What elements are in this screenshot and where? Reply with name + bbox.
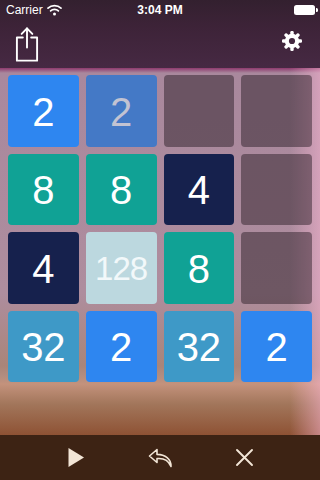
- header: Carrier 3:04 PM: [0, 0, 320, 68]
- empty-cell: [241, 154, 312, 226]
- nav-bar: [0, 20, 320, 68]
- battery-icon: [294, 5, 315, 15]
- empty-cell: [241, 232, 312, 304]
- main-area: 2288441288322322: [0, 68, 320, 435]
- share-button[interactable]: [11, 25, 43, 63]
- close-button[interactable]: [224, 442, 264, 474]
- tile-8: 8: [8, 154, 79, 226]
- undo-icon: [146, 447, 174, 469]
- clock: 3:04 PM: [0, 3, 320, 17]
- gear-icon: [280, 29, 304, 53]
- bottom-toolbar: [0, 435, 320, 480]
- game-board[interactable]: 2288441288322322: [0, 68, 320, 382]
- play-icon: [67, 447, 85, 468]
- play-button[interactable]: [56, 442, 96, 474]
- tile-128: 128: [86, 232, 157, 304]
- tile-4: 4: [164, 154, 235, 226]
- settings-button[interactable]: [280, 29, 304, 53]
- tile-8: 8: [164, 232, 235, 304]
- empty-cell: [164, 75, 235, 147]
- empty-cell: [241, 75, 312, 147]
- share-icon: [11, 25, 43, 63]
- undo-button[interactable]: [140, 442, 180, 474]
- tile-32: 32: [164, 311, 235, 383]
- status-bar: Carrier 3:04 PM: [0, 0, 320, 20]
- tile-2: 2: [86, 311, 157, 383]
- tile-8: 8: [86, 154, 157, 226]
- tile-2: 2: [86, 75, 157, 147]
- close-icon: [235, 448, 254, 467]
- tile-4: 4: [8, 232, 79, 304]
- tile-32: 32: [8, 311, 79, 383]
- app-screen: Carrier 3:04 PM: [0, 0, 320, 480]
- tile-2: 2: [8, 75, 79, 147]
- tile-2: 2: [241, 311, 312, 383]
